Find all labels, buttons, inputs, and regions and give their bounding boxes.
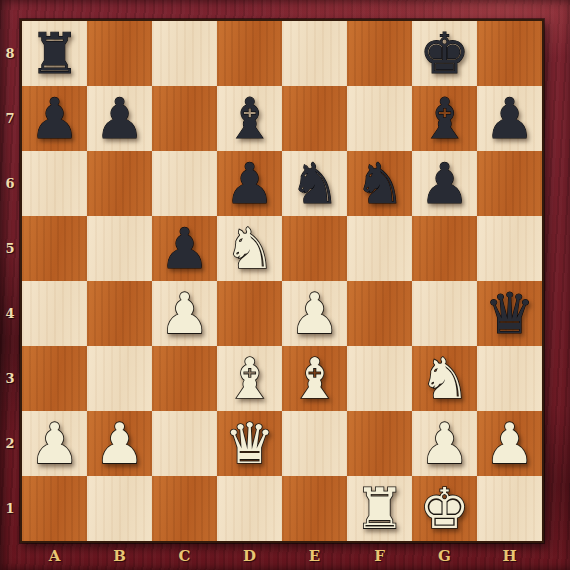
square-c6[interactable]: [152, 151, 217, 216]
piece-white-king[interactable]: ♚: [419, 476, 469, 541]
piece-black-knight[interactable]: ♞: [354, 151, 404, 216]
piece-black-knight[interactable]: ♞: [289, 151, 339, 216]
square-g7[interactable]: ♝: [412, 86, 477, 151]
square-c2[interactable]: [152, 411, 217, 476]
square-g3[interactable]: ♞: [412, 346, 477, 411]
square-b3[interactable]: [87, 346, 152, 411]
square-a6[interactable]: [22, 151, 87, 216]
square-h3[interactable]: [477, 346, 542, 411]
square-b4[interactable]: [87, 281, 152, 346]
square-b6[interactable]: [87, 151, 152, 216]
square-d5[interactable]: ♞: [217, 216, 282, 281]
square-f3[interactable]: [347, 346, 412, 411]
piece-white-pawn[interactable]: ♟: [94, 411, 144, 476]
square-g6[interactable]: ♟: [412, 151, 477, 216]
piece-white-pawn[interactable]: ♟: [484, 411, 534, 476]
piece-white-bishop[interactable]: ♝: [289, 346, 339, 411]
square-f5[interactable]: [347, 216, 412, 281]
piece-black-pawn[interactable]: ♟: [159, 216, 209, 281]
square-a7[interactable]: ♟: [22, 86, 87, 151]
square-h1[interactable]: [477, 476, 542, 541]
piece-white-rook[interactable]: ♜: [354, 476, 404, 541]
square-c4[interactable]: ♟: [152, 281, 217, 346]
square-d3[interactable]: ♝: [217, 346, 282, 411]
piece-black-pawn[interactable]: ♟: [224, 151, 274, 216]
square-f2[interactable]: [347, 411, 412, 476]
piece-white-bishop[interactable]: ♝: [224, 346, 274, 411]
square-c5[interactable]: ♟: [152, 216, 217, 281]
square-b5[interactable]: [87, 216, 152, 281]
square-e5[interactable]: [282, 216, 347, 281]
square-g1[interactable]: ♚: [412, 476, 477, 541]
square-a4[interactable]: [22, 281, 87, 346]
piece-black-pawn[interactable]: ♟: [29, 86, 79, 151]
square-g2[interactable]: ♟: [412, 411, 477, 476]
board-frame: ♜♚♟♟♝♝♟♟♞♞♟♟♞♟♟♛♝♝♞♟♟♛♟♟♜♚ 87654321 ABCD…: [0, 0, 570, 570]
square-c7[interactable]: [152, 86, 217, 151]
piece-white-pawn[interactable]: ♟: [159, 281, 209, 346]
piece-white-pawn[interactable]: ♟: [289, 281, 339, 346]
square-a1[interactable]: [22, 476, 87, 541]
square-g5[interactable]: [412, 216, 477, 281]
piece-black-pawn[interactable]: ♟: [484, 86, 534, 151]
square-f4[interactable]: [347, 281, 412, 346]
piece-black-pawn[interactable]: ♟: [419, 151, 469, 216]
square-e7[interactable]: [282, 86, 347, 151]
square-b8[interactable]: [87, 21, 152, 86]
square-a2[interactable]: ♟: [22, 411, 87, 476]
square-g4[interactable]: [412, 281, 477, 346]
square-f1[interactable]: ♜: [347, 476, 412, 541]
rank-label-3: 3: [0, 346, 20, 411]
piece-black-rook[interactable]: ♜: [29, 21, 79, 86]
square-b7[interactable]: ♟: [87, 86, 152, 151]
piece-black-pawn[interactable]: ♟: [94, 86, 144, 151]
square-e2[interactable]: [282, 411, 347, 476]
square-h2[interactable]: ♟: [477, 411, 542, 476]
piece-black-bishop[interactable]: ♝: [224, 86, 274, 151]
square-c1[interactable]: [152, 476, 217, 541]
piece-white-knight[interactable]: ♞: [224, 216, 274, 281]
square-e1[interactable]: [282, 476, 347, 541]
rank-label-1: 1: [0, 476, 20, 541]
square-h4[interactable]: ♛: [477, 281, 542, 346]
square-d7[interactable]: ♝: [217, 86, 282, 151]
rank-label-4: 4: [0, 281, 20, 346]
square-a8[interactable]: ♜: [22, 21, 87, 86]
rank-label-7: 7: [0, 86, 20, 151]
square-c3[interactable]: [152, 346, 217, 411]
rank-label-6: 6: [0, 151, 20, 216]
square-h6[interactable]: [477, 151, 542, 216]
file-label-g: G: [412, 544, 477, 568]
square-d4[interactable]: [217, 281, 282, 346]
piece-white-pawn[interactable]: ♟: [29, 411, 79, 476]
square-d6[interactable]: ♟: [217, 151, 282, 216]
square-h8[interactable]: [477, 21, 542, 86]
file-label-h: H: [477, 544, 542, 568]
file-label-d: D: [217, 544, 282, 568]
piece-black-queen[interactable]: ♛: [484, 281, 534, 346]
square-d1[interactable]: [217, 476, 282, 541]
file-label-f: F: [347, 544, 412, 568]
piece-white-pawn[interactable]: ♟: [419, 411, 469, 476]
rank-label-5: 5: [0, 216, 20, 281]
square-a3[interactable]: [22, 346, 87, 411]
rank-label-8: 8: [0, 21, 20, 86]
square-f7[interactable]: [347, 86, 412, 151]
piece-white-queen[interactable]: ♛: [224, 411, 274, 476]
square-e8[interactable]: [282, 21, 347, 86]
square-c8[interactable]: [152, 21, 217, 86]
file-label-e: E: [282, 544, 347, 568]
file-label-b: B: [87, 544, 152, 568]
square-h5[interactable]: [477, 216, 542, 281]
file-label-c: C: [152, 544, 217, 568]
piece-white-knight[interactable]: ♞: [419, 346, 469, 411]
piece-black-king[interactable]: ♚: [419, 21, 469, 86]
piece-black-bishop[interactable]: ♝: [419, 86, 469, 151]
square-f6[interactable]: ♞: [347, 151, 412, 216]
square-e6[interactable]: ♞: [282, 151, 347, 216]
file-label-a: A: [22, 544, 87, 568]
square-h7[interactable]: ♟: [477, 86, 542, 151]
chess-board: ♜♚♟♟♝♝♟♟♞♞♟♟♞♟♟♛♝♝♞♟♟♛♟♟♜♚: [20, 19, 544, 543]
square-e4[interactable]: ♟: [282, 281, 347, 346]
square-g8[interactable]: ♚: [412, 21, 477, 86]
square-d2[interactable]: ♛: [217, 411, 282, 476]
rank-label-2: 2: [0, 411, 20, 476]
square-b1[interactable]: [87, 476, 152, 541]
square-b2[interactable]: ♟: [87, 411, 152, 476]
square-a5[interactable]: [22, 216, 87, 281]
square-d8[interactable]: [217, 21, 282, 86]
square-f8[interactable]: [347, 21, 412, 86]
square-e3[interactable]: ♝: [282, 346, 347, 411]
